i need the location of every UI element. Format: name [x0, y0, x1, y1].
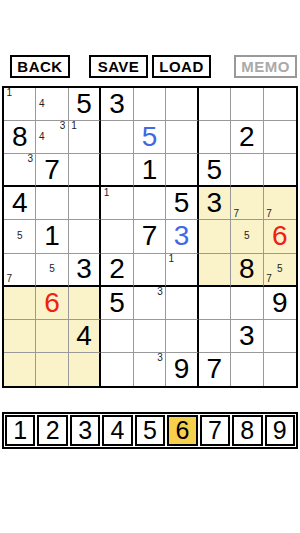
cell-r2c3[interactable]: 1: [69, 121, 101, 154]
cell-value: 5: [134, 121, 165, 153]
memo-button[interactable]: MEMO: [234, 55, 297, 78]
cell-r8c7[interactable]: [199, 320, 231, 353]
cell-value: 5: [166, 187, 196, 219]
cell-r5c1[interactable]: 5: [4, 220, 36, 253]
cell-r2c4[interactable]: [101, 121, 133, 154]
cell-r3c9[interactable]: [264, 154, 296, 187]
cell-r4c9[interactable]: 7: [264, 187, 296, 220]
cell-r1c9[interactable]: [264, 88, 296, 121]
cell-r4c4[interactable]: 1: [101, 187, 133, 220]
cell-r8c6[interactable]: [166, 320, 198, 353]
pencil-mark: 7: [4, 274, 14, 284]
cell-value: 1: [36, 220, 67, 252]
number-7-button[interactable]: 7: [200, 415, 230, 446]
cell-value: 5: [101, 287, 132, 319]
cell-r8c2[interactable]: [36, 320, 68, 353]
cell-r8c3[interactable]: 4: [69, 320, 101, 353]
cell-r2c7[interactable]: [199, 121, 231, 154]
cell-r7c8[interactable]: [231, 287, 263, 320]
cell-r7c4[interactable]: 5: [101, 287, 133, 320]
cell-r7c5[interactable]: 3: [134, 287, 166, 320]
pencil-mark: 1: [69, 121, 79, 132]
cell-r6c6[interactable]: 1: [166, 254, 198, 287]
cell-r2c9[interactable]: [264, 121, 296, 154]
cell-value: 7: [199, 353, 230, 386]
cell-r7c7[interactable]: [199, 287, 231, 320]
cell-r5c3[interactable]: [69, 220, 101, 253]
cell-r2c2[interactable]: 34: [36, 121, 68, 154]
cell-r9c4[interactable]: [101, 353, 133, 386]
cell-value: 3: [166, 220, 196, 252]
pencil-mark: 1: [166, 254, 176, 264]
cell-r1c5[interactable]: [134, 88, 166, 121]
pencil-mark: 3: [57, 121, 67, 132]
cell-r8c1[interactable]: [4, 320, 36, 353]
cell-value: 5: [69, 88, 99, 120]
cell-r3c3[interactable]: [69, 154, 101, 187]
cell-r9c5[interactable]: 3: [134, 353, 166, 386]
cell-r3c4[interactable]: [101, 154, 133, 187]
cell-r2c5[interactable]: 5: [134, 121, 166, 154]
cell-r2c6[interactable]: [166, 121, 198, 154]
cell-r7c3[interactable]: [69, 287, 101, 320]
cell-r1c8[interactable]: [231, 88, 263, 121]
cell-r6c4[interactable]: 2: [101, 254, 133, 287]
cell-r6c3[interactable]: 3: [69, 254, 101, 287]
cell-r6c8[interactable]: 8: [231, 254, 263, 287]
cell-r9c1[interactable]: [4, 353, 36, 386]
number-6-button[interactable]: 6: [167, 415, 197, 446]
cell-r5c5[interactable]: 7: [134, 220, 166, 253]
cell-r6c1[interactable]: 7: [4, 254, 36, 287]
cell-value: 2: [101, 254, 132, 285]
cell-r4c1[interactable]: 4: [4, 187, 36, 220]
pencil-mark: 4: [36, 132, 46, 143]
cell-r7c6[interactable]: [166, 287, 198, 320]
cell-r8c8[interactable]: 3: [231, 320, 263, 353]
cell-r9c9[interactable]: [264, 353, 296, 386]
number-2-button[interactable]: 2: [37, 415, 67, 446]
back-button[interactable]: BACK: [10, 55, 70, 78]
cell-value: 3: [101, 88, 132, 120]
cell-r6c9[interactable]: 57: [264, 254, 296, 287]
cell-value: 9: [264, 287, 296, 319]
cell-r8c9[interactable]: [264, 320, 296, 353]
cell-value: 6: [36, 287, 67, 319]
cell-r1c4[interactable]: 3: [101, 88, 133, 121]
number-9-button[interactable]: 9: [265, 415, 295, 446]
pencil-mark: 7: [264, 274, 275, 284]
number-1-button[interactable]: 1: [5, 415, 35, 446]
cell-r2c8[interactable]: 2: [231, 121, 263, 154]
cell-value: 4: [69, 320, 99, 352]
cell-r8c4[interactable]: [101, 320, 133, 353]
cell-value: 3: [199, 187, 230, 219]
cell-value: 8: [4, 121, 35, 153]
cell-r3c5[interactable]: 1: [134, 154, 166, 187]
cell-r4c5[interactable]: [134, 187, 166, 220]
cell-value: 5: [199, 154, 230, 185]
cell-r5c6[interactable]: 3: [166, 220, 198, 253]
cell-r4c2[interactable]: [36, 187, 68, 220]
cell-r8c5[interactable]: [134, 320, 166, 353]
pencil-mark: 4: [36, 99, 46, 110]
cell-value: 3: [231, 320, 262, 352]
cell-r4c7[interactable]: 3: [199, 187, 231, 220]
cell-r3c6[interactable]: [166, 154, 198, 187]
number-5-button[interactable]: 5: [135, 415, 165, 446]
pencil-mark: 3: [25, 154, 35, 164]
cell-value: 9: [166, 353, 196, 386]
number-4-button[interactable]: 4: [102, 415, 132, 446]
cell-r5c7[interactable]: [199, 220, 231, 253]
cell-r6c5[interactable]: [134, 254, 166, 287]
cell-r4c8[interactable]: 7: [231, 187, 263, 220]
cell-r6c2[interactable]: 5: [36, 254, 68, 287]
cell-value: 8: [231, 254, 262, 285]
pencil-mark: 7: [264, 209, 275, 220]
pencil-mark: 5: [274, 264, 285, 274]
save-button[interactable]: SAVE: [89, 55, 148, 78]
cell-value: 1: [134, 154, 165, 185]
cell-r5c8[interactable]: 5: [231, 220, 263, 253]
cell-r2c1[interactable]: 8: [4, 121, 36, 154]
cell-r3c7[interactable]: 5: [199, 154, 231, 187]
cell-r7c9[interactable]: 9: [264, 287, 296, 320]
cell-r3c8[interactable]: [231, 154, 263, 187]
cell-r7c1[interactable]: [4, 287, 36, 320]
cell-r9c8[interactable]: [231, 353, 263, 386]
pencil-mark: 5: [242, 231, 252, 242]
pencil-mark: 1: [101, 187, 111, 198]
cell-r9c6[interactable]: 9: [166, 353, 198, 386]
number-3-button[interactable]: 3: [70, 415, 100, 446]
pencil-mark: 5: [14, 231, 24, 242]
load-button[interactable]: LOAD: [152, 55, 211, 78]
cell-r4c3[interactable]: [69, 187, 101, 220]
cell-r6c7[interactable]: [199, 254, 231, 287]
cell-r5c4[interactable]: [101, 220, 133, 253]
cell-r1c7[interactable]: [199, 88, 231, 121]
number-selector: 123456789: [2, 412, 298, 449]
cell-r1c2[interactable]: 4: [36, 88, 68, 121]
pencil-mark: 7: [231, 209, 241, 220]
pencil-mark: 3: [155, 353, 165, 364]
cell-r9c7[interactable]: 7: [199, 353, 231, 386]
cell-r7c2[interactable]: 6: [36, 287, 68, 320]
cell-r3c1[interactable]: 3: [4, 154, 36, 187]
sudoku-app: BACK SAVE LOAD MEMO 14538341523715415377…: [0, 0, 300, 533]
sudoku-board: 1453834152371541537751735675321857653943…: [2, 86, 298, 388]
cell-r4c6[interactable]: 5: [166, 187, 198, 220]
cell-value: 7: [134, 220, 165, 252]
cell-value: 6: [264, 220, 296, 252]
cell-r1c6[interactable]: [166, 88, 198, 121]
cell-r9c3[interactable]: [69, 353, 101, 386]
cell-r1c1[interactable]: 1: [4, 88, 36, 121]
cell-value: 2: [231, 121, 262, 153]
toolbar: BACK SAVE LOAD MEMO: [0, 55, 300, 79]
cell-r9c2[interactable]: [36, 353, 68, 386]
cell-r5c2[interactable]: 1: [36, 220, 68, 253]
cell-r1c3[interactable]: 5: [69, 88, 101, 121]
pencil-mark: 3: [155, 287, 165, 298]
cell-value: 4: [4, 187, 35, 219]
cell-r3c2[interactable]: 7: [36, 154, 68, 187]
cell-value: 3: [69, 254, 99, 285]
cell-r5c9[interactable]: 6: [264, 220, 296, 253]
pencil-mark: 1: [4, 88, 14, 99]
pencil-mark: 5: [47, 264, 57, 274]
number-8-button[interactable]: 8: [232, 415, 262, 446]
cell-value: 7: [36, 154, 67, 185]
